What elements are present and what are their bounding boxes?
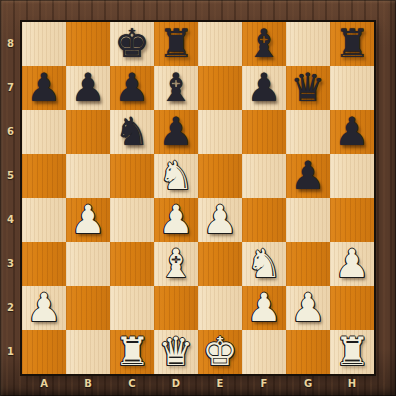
square-g7[interactable]: ♛ (286, 66, 330, 110)
square-h7[interactable] (330, 66, 374, 110)
square-b5[interactable] (66, 154, 110, 198)
square-e4[interactable]: ♟ (198, 198, 242, 242)
square-d3[interactable]: ♝ (154, 242, 198, 286)
square-h3[interactable]: ♟ (330, 242, 374, 286)
square-a7[interactable]: ♟ (22, 66, 66, 110)
square-d1[interactable]: ♛ (154, 330, 198, 374)
square-a2[interactable]: ♟ (22, 286, 66, 330)
square-e8[interactable] (198, 22, 242, 66)
square-a8[interactable] (22, 22, 66, 66)
square-f7[interactable]: ♟ (242, 66, 286, 110)
file-label-g: G (286, 374, 330, 396)
piece-white-queen[interactable]: ♛ (154, 330, 198, 374)
file-label-c: C (110, 374, 154, 396)
piece-black-rook[interactable]: ♜ (154, 22, 198, 66)
rank-label-2: 2 (0, 286, 21, 330)
file-label-f: F (242, 374, 286, 396)
square-h6[interactable]: ♟ (330, 110, 374, 154)
piece-black-rook[interactable]: ♜ (330, 22, 374, 66)
square-f3[interactable]: ♞ (242, 242, 286, 286)
square-d8[interactable]: ♜ (154, 22, 198, 66)
file-label-a: A (22, 374, 66, 396)
square-g8[interactable] (286, 22, 330, 66)
square-b6[interactable] (66, 110, 110, 154)
piece-white-king[interactable]: ♚ (198, 330, 242, 374)
piece-black-pawn[interactable]: ♟ (242, 66, 286, 110)
piece-black-bishop[interactable]: ♝ (242, 22, 286, 66)
rank-label-3: 3 (0, 242, 21, 286)
piece-white-knight[interactable]: ♞ (242, 242, 286, 286)
square-b2[interactable] (66, 286, 110, 330)
piece-white-bishop[interactable]: ♝ (154, 242, 198, 286)
square-e6[interactable] (198, 110, 242, 154)
square-c2[interactable] (110, 286, 154, 330)
square-c8[interactable]: ♚ (110, 22, 154, 66)
square-d5[interactable]: ♞ (154, 154, 198, 198)
square-g3[interactable] (286, 242, 330, 286)
rank-label-7: 7 (0, 66, 21, 110)
square-c5[interactable] (110, 154, 154, 198)
square-c4[interactable] (110, 198, 154, 242)
square-e2[interactable] (198, 286, 242, 330)
square-c3[interactable] (110, 242, 154, 286)
rank-label-8: 8 (0, 22, 21, 66)
square-h2[interactable] (330, 286, 374, 330)
piece-white-pawn[interactable]: ♟ (198, 198, 242, 242)
piece-white-rook[interactable]: ♜ (330, 330, 374, 374)
piece-white-pawn[interactable]: ♟ (330, 242, 374, 286)
square-e3[interactable] (198, 242, 242, 286)
piece-black-knight[interactable]: ♞ (110, 110, 154, 154)
square-a5[interactable] (22, 154, 66, 198)
piece-white-pawn[interactable]: ♟ (242, 286, 286, 330)
file-label-e: E (198, 374, 242, 396)
file-label-b: B (66, 374, 110, 396)
square-f4[interactable] (242, 198, 286, 242)
piece-black-bishop[interactable]: ♝ (154, 66, 198, 110)
piece-white-pawn[interactable]: ♟ (22, 286, 66, 330)
rank-label-6: 6 (0, 110, 21, 154)
square-f6[interactable] (242, 110, 286, 154)
square-b3[interactable] (66, 242, 110, 286)
square-a6[interactable] (22, 110, 66, 154)
square-h1[interactable]: ♜ (330, 330, 374, 374)
square-c7[interactable]: ♟ (110, 66, 154, 110)
square-a1[interactable] (22, 330, 66, 374)
square-g4[interactable] (286, 198, 330, 242)
piece-black-king[interactable]: ♚ (110, 22, 154, 66)
square-g1[interactable] (286, 330, 330, 374)
file-label-h: H (330, 374, 374, 396)
piece-white-knight[interactable]: ♞ (154, 154, 198, 198)
square-f5[interactable] (242, 154, 286, 198)
square-f8[interactable]: ♝ (242, 22, 286, 66)
square-h4[interactable] (330, 198, 374, 242)
square-b8[interactable] (66, 22, 110, 66)
piece-black-pawn[interactable]: ♟ (330, 110, 374, 154)
rank-label-4: 4 (0, 198, 21, 242)
square-g5[interactable]: ♟ (286, 154, 330, 198)
square-h5[interactable] (330, 154, 374, 198)
piece-white-pawn[interactable]: ♟ (154, 198, 198, 242)
square-b7[interactable]: ♟ (66, 66, 110, 110)
square-e7[interactable] (198, 66, 242, 110)
board-frame: ♚♜♝♜♟♟♟♝♟♛♞♟♟♞♟♟♟♟♝♞♟♟♟♟♜♛♚♜ 87654321ABC… (0, 0, 396, 396)
piece-black-pawn[interactable]: ♟ (66, 66, 110, 110)
chess-board: ♚♜♝♜♟♟♟♝♟♛♞♟♟♞♟♟♟♟♝♞♟♟♟♟♜♛♚♜ (22, 22, 374, 374)
rank-label-1: 1 (0, 330, 21, 374)
square-b1[interactable] (66, 330, 110, 374)
square-c1[interactable]: ♜ (110, 330, 154, 374)
piece-white-pawn[interactable]: ♟ (66, 198, 110, 242)
piece-white-rook[interactable]: ♜ (110, 330, 154, 374)
square-b4[interactable]: ♟ (66, 198, 110, 242)
square-c6[interactable]: ♞ (110, 110, 154, 154)
square-e1[interactable]: ♚ (198, 330, 242, 374)
piece-white-pawn[interactable]: ♟ (286, 286, 330, 330)
square-e5[interactable] (198, 154, 242, 198)
file-label-d: D (154, 374, 198, 396)
square-d7[interactable]: ♝ (154, 66, 198, 110)
piece-black-pawn[interactable]: ♟ (110, 66, 154, 110)
piece-black-pawn[interactable]: ♟ (22, 66, 66, 110)
square-g6[interactable] (286, 110, 330, 154)
square-f2[interactable]: ♟ (242, 286, 286, 330)
square-d2[interactable] (154, 286, 198, 330)
square-d6[interactable]: ♟ (154, 110, 198, 154)
square-f1[interactable] (242, 330, 286, 374)
square-d4[interactable]: ♟ (154, 198, 198, 242)
piece-black-pawn[interactable]: ♟ (286, 154, 330, 198)
piece-black-queen[interactable]: ♛ (286, 66, 330, 110)
square-g2[interactable]: ♟ (286, 286, 330, 330)
square-a3[interactable] (22, 242, 66, 286)
rank-label-5: 5 (0, 154, 21, 198)
square-h8[interactable]: ♜ (330, 22, 374, 66)
piece-black-pawn[interactable]: ♟ (154, 110, 198, 154)
square-a4[interactable] (22, 198, 66, 242)
